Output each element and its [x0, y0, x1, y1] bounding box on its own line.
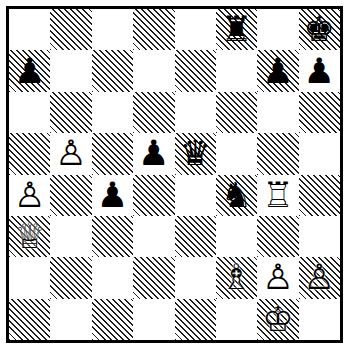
square-h8[interactable]: ♚: [299, 9, 340, 50]
board-grid: ♜♚♟♟♟♙♟♛♙♟♞♖♕♗♙♙♔: [9, 9, 340, 340]
square-e5[interactable]: ♛: [175, 133, 216, 174]
square-d2[interactable]: [133, 257, 174, 298]
square-d5[interactable]: ♟: [133, 133, 174, 174]
square-g8[interactable]: [257, 9, 298, 50]
square-h1[interactable]: [299, 299, 340, 340]
piece-white-king[interactable]: ♔: [257, 299, 298, 340]
square-h4[interactable]: [299, 175, 340, 216]
square-f4[interactable]: ♞: [216, 175, 257, 216]
square-c8[interactable]: [92, 9, 133, 50]
square-b5[interactable]: ♙: [50, 133, 91, 174]
square-e4[interactable]: [175, 175, 216, 216]
square-h3[interactable]: [299, 216, 340, 257]
piece-black-pawn[interactable]: ♟: [9, 50, 50, 91]
square-e3[interactable]: [175, 216, 216, 257]
square-c1[interactable]: [92, 299, 133, 340]
square-f1[interactable]: [216, 299, 257, 340]
piece-black-knight[interactable]: ♞: [216, 175, 257, 216]
square-b6[interactable]: [50, 92, 91, 133]
square-g5[interactable]: [257, 133, 298, 174]
square-a7[interactable]: ♟: [9, 50, 50, 91]
square-f3[interactable]: [216, 216, 257, 257]
piece-black-pawn[interactable]: ♟: [299, 50, 340, 91]
square-c5[interactable]: [92, 133, 133, 174]
piece-white-bishop[interactable]: ♗: [216, 257, 257, 298]
square-c6[interactable]: [92, 92, 133, 133]
piece-white-rook[interactable]: ♖: [257, 175, 298, 216]
square-c3[interactable]: [92, 216, 133, 257]
square-e1[interactable]: [175, 299, 216, 340]
square-d7[interactable]: [133, 50, 174, 91]
piece-black-pawn[interactable]: ♟: [133, 133, 174, 174]
square-f5[interactable]: [216, 133, 257, 174]
square-a2[interactable]: [9, 257, 50, 298]
square-g2[interactable]: ♙: [257, 257, 298, 298]
square-d4[interactable]: [133, 175, 174, 216]
square-d6[interactable]: [133, 92, 174, 133]
square-a6[interactable]: [9, 92, 50, 133]
square-f7[interactable]: [216, 50, 257, 91]
square-g1[interactable]: ♔: [257, 299, 298, 340]
square-h2[interactable]: ♙: [299, 257, 340, 298]
square-g7[interactable]: ♟: [257, 50, 298, 91]
square-e7[interactable]: [175, 50, 216, 91]
square-b8[interactable]: [50, 9, 91, 50]
piece-white-pawn[interactable]: ♙: [9, 175, 50, 216]
piece-black-queen[interactable]: ♛: [175, 133, 216, 174]
square-h5[interactable]: [299, 133, 340, 174]
square-f8[interactable]: ♜: [216, 9, 257, 50]
piece-white-pawn[interactable]: ♙: [50, 133, 91, 174]
square-h7[interactable]: ♟: [299, 50, 340, 91]
square-b4[interactable]: [50, 175, 91, 216]
square-b7[interactable]: [50, 50, 91, 91]
piece-black-king[interactable]: ♚: [299, 9, 340, 50]
square-b3[interactable]: [50, 216, 91, 257]
square-d8[interactable]: [133, 9, 174, 50]
piece-white-pawn[interactable]: ♙: [257, 257, 298, 298]
square-h6[interactable]: [299, 92, 340, 133]
square-d1[interactable]: [133, 299, 174, 340]
piece-black-pawn[interactable]: ♟: [92, 175, 133, 216]
square-d3[interactable]: [133, 216, 174, 257]
square-a4[interactable]: ♙: [9, 175, 50, 216]
square-g3[interactable]: [257, 216, 298, 257]
square-e8[interactable]: [175, 9, 216, 50]
square-c7[interactable]: [92, 50, 133, 91]
square-a1[interactable]: [9, 299, 50, 340]
square-f2[interactable]: ♗: [216, 257, 257, 298]
square-f6[interactable]: [216, 92, 257, 133]
square-e2[interactable]: [175, 257, 216, 298]
square-g6[interactable]: [257, 92, 298, 133]
piece-white-queen[interactable]: ♕: [9, 216, 50, 257]
piece-black-rook[interactable]: ♜: [216, 9, 257, 50]
square-b2[interactable]: [50, 257, 91, 298]
chess-board: ♜♚♟♟♟♙♟♛♙♟♞♖♕♗♙♙♔: [6, 6, 343, 343]
square-a3[interactable]: ♕: [9, 216, 50, 257]
square-b1[interactable]: [50, 299, 91, 340]
square-c4[interactable]: ♟: [92, 175, 133, 216]
square-a5[interactable]: [9, 133, 50, 174]
square-g4[interactable]: ♖: [257, 175, 298, 216]
square-e6[interactable]: [175, 92, 216, 133]
square-c2[interactable]: [92, 257, 133, 298]
piece-white-pawn[interactable]: ♙: [299, 257, 340, 298]
square-a8[interactable]: [9, 9, 50, 50]
piece-black-pawn[interactable]: ♟: [257, 50, 298, 91]
